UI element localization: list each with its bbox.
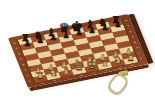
scene: abcdefgh abcdefgh 87654321 87654321 ♜♞♝♛… xyxy=(0,0,155,110)
chess-board-box: abcdefgh abcdefgh 87654321 87654321 xyxy=(8,14,148,88)
